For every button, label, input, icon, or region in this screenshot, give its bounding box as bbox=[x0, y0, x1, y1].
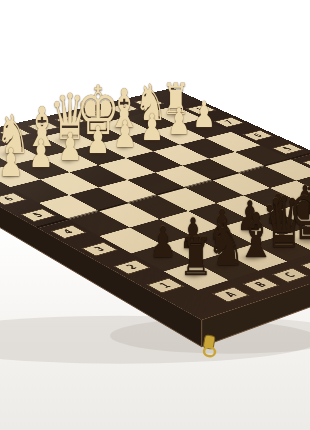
coordinate-plaque: B bbox=[0, 134, 3, 145]
coordinate-plaque: 1 bbox=[146, 278, 184, 294]
coordinate-plaque: C bbox=[0, 128, 31, 139]
coordinate-plaque: 5 bbox=[20, 208, 56, 222]
chess-set-photo: AABBCCDDEEFFGGHH8877665544332211 ♜♞♝♛♚♝♞… bbox=[0, 0, 310, 430]
coordinate-plaque: G bbox=[108, 103, 139, 113]
coordinate-plaque: F bbox=[82, 109, 113, 119]
coordinate-plaque: 2 bbox=[113, 260, 151, 275]
coordinate-plaque: 4 bbox=[50, 225, 87, 239]
coordinate-plaque: 3 bbox=[81, 242, 118, 257]
coordinate-plaque: B bbox=[242, 277, 280, 293]
coordinate-plaque: E bbox=[55, 115, 87, 126]
coordinate-plaque: D bbox=[27, 121, 59, 132]
coordinate-plaque: D bbox=[300, 258, 310, 273]
coordinate-plaque: C bbox=[272, 268, 309, 283]
coordinate-plaque: H bbox=[134, 98, 165, 108]
coordinate-plaque: A bbox=[212, 287, 250, 303]
